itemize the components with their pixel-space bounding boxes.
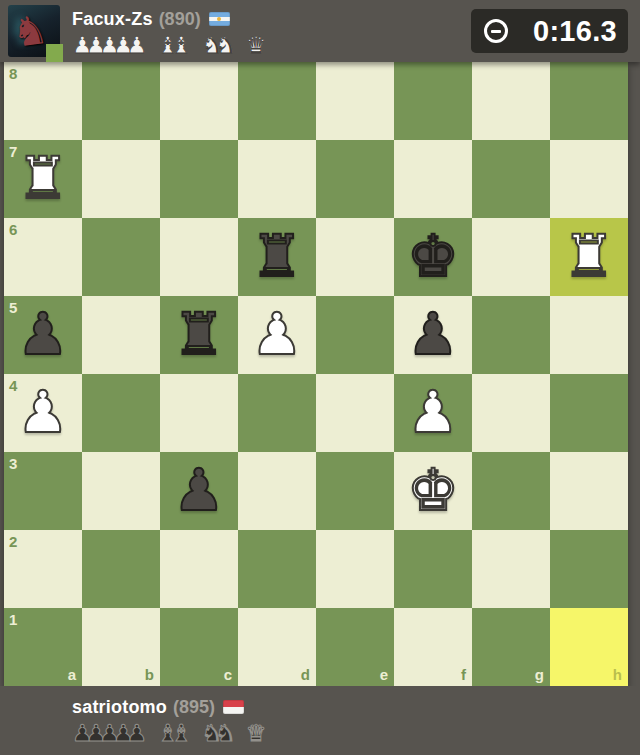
square-c4[interactable] — [160, 374, 238, 452]
top-player-avatar[interactable]: ♞ — [8, 5, 60, 57]
bottom-player-info: satriotomo (895) ♟♟♟♟♟♝♝♞♞♛ — [72, 686, 276, 755]
coord-file-f: f — [461, 667, 466, 682]
square-e7[interactable] — [316, 140, 394, 218]
square-f1[interactable]: f — [394, 608, 472, 686]
captured-pawn-group: ♟♟♟♟♟ — [72, 34, 147, 57]
square-e5[interactable] — [316, 296, 394, 374]
square-a1[interactable]: 1a — [4, 608, 82, 686]
top-player-bar: ♞ Facux-Zs (890) ♟♟♟♟♟♝♝♞♞♛ 0:16.3 — [0, 0, 640, 62]
coord-file-d: d — [301, 667, 310, 682]
square-c6[interactable] — [160, 218, 238, 296]
square-a5[interactable]: 5♟ — [4, 296, 82, 374]
captured-queen-icon: ♛ — [246, 722, 267, 745]
black-rook-d6[interactable]: ♜ — [238, 227, 316, 285]
coord-rank-2: 2 — [9, 534, 17, 549]
black-pawn-c3[interactable]: ♟ — [160, 461, 238, 519]
square-e2[interactable] — [316, 530, 394, 608]
bottom-player-name-row: satriotomo (895) — [72, 695, 276, 719]
square-h3[interactable] — [550, 452, 628, 530]
square-e6[interactable] — [316, 218, 394, 296]
square-d4[interactable] — [238, 374, 316, 452]
white-rook-a7[interactable]: ♜ — [4, 149, 82, 207]
square-h7[interactable] — [550, 140, 628, 218]
top-player-rating: (890) — [159, 9, 201, 30]
argentina-flag-icon — [209, 12, 230, 26]
captured-queen-group: ♛ — [246, 722, 267, 745]
square-d7[interactable] — [238, 140, 316, 218]
captured-knight-icon: ♞ — [215, 34, 236, 57]
square-h8[interactable] — [550, 62, 628, 140]
coord-file-e: e — [380, 667, 388, 682]
square-d8[interactable] — [238, 62, 316, 140]
knight-artwork-icon: ♞ — [9, 9, 50, 54]
coord-file-h: h — [613, 667, 622, 682]
top-player-name-row: Facux-Zs (890) — [72, 7, 276, 31]
chess-game-screen: ♞ Facux-Zs (890) ♟♟♟♟♟♝♝♞♞♛ 0:16.3 87♜6♜… — [0, 0, 640, 755]
square-a3[interactable]: 3 — [4, 452, 82, 530]
square-d2[interactable] — [238, 530, 316, 608]
square-d5[interactable]: ♟ — [238, 296, 316, 374]
captured-knight-icon: ♞ — [215, 722, 236, 745]
square-a6[interactable]: 6 — [4, 218, 82, 296]
square-c3[interactable]: ♟ — [160, 452, 238, 530]
black-pawn-a5[interactable]: ♟ — [4, 305, 82, 363]
square-f2[interactable] — [394, 530, 472, 608]
bottom-player-bar: satriotomo (895) ♟♟♟♟♟♝♝♞♞♛ 0:58 — [0, 686, 640, 755]
square-b3[interactable] — [82, 452, 160, 530]
coord-rank-1: 1 — [9, 612, 17, 627]
square-d6[interactable]: ♜ — [238, 218, 316, 296]
square-b6[interactable] — [82, 218, 160, 296]
square-b8[interactable] — [82, 62, 160, 140]
square-f7[interactable] — [394, 140, 472, 218]
square-b7[interactable] — [82, 140, 160, 218]
coord-file-b: b — [145, 667, 154, 682]
square-g4[interactable] — [472, 374, 550, 452]
captured-queen-group: ♛ — [246, 34, 267, 57]
square-a8[interactable]: 8 — [4, 62, 82, 140]
captured-queen-icon: ♛ — [246, 34, 267, 57]
coord-file-c: c — [224, 667, 232, 682]
square-h1[interactable]: h — [550, 608, 628, 686]
square-b1[interactable]: b — [82, 608, 160, 686]
square-e4[interactable] — [316, 374, 394, 452]
square-a7[interactable]: 7♜ — [4, 140, 82, 218]
square-c7[interactable] — [160, 140, 238, 218]
captured-pawn-icon: ♟ — [127, 34, 148, 57]
square-h5[interactable] — [550, 296, 628, 374]
square-g6[interactable] — [472, 218, 550, 296]
top-player-captured-pieces: ♟♟♟♟♟♝♝♞♞♛ — [72, 33, 276, 57]
captured-pawn-icon: ♟ — [127, 722, 148, 745]
coord-file-a: a — [68, 667, 76, 682]
square-c1[interactable]: c — [160, 608, 238, 686]
square-e3[interactable] — [316, 452, 394, 530]
square-c8[interactable] — [160, 62, 238, 140]
square-h4[interactable] — [550, 374, 628, 452]
coord-rank-3: 3 — [9, 456, 17, 471]
square-d1[interactable]: d — [238, 608, 316, 686]
square-b4[interactable] — [82, 374, 160, 452]
captured-knight-group: ♞♞ — [201, 722, 235, 745]
captured-pawn-group: ♟♟♟♟♟ — [72, 722, 147, 745]
coord-rank-6: 6 — [9, 222, 17, 237]
white-pawn-a4[interactable]: ♟ — [4, 383, 82, 441]
square-g3[interactable] — [472, 452, 550, 530]
square-f4[interactable]: ♟ — [394, 374, 472, 452]
square-f3[interactable]: ♚ — [394, 452, 472, 530]
square-a4[interactable]: 4♟ — [4, 374, 82, 452]
square-g7[interactable] — [472, 140, 550, 218]
black-king-f6[interactable]: ♚ — [394, 227, 472, 285]
minus-circle-icon — [484, 19, 508, 43]
square-f8[interactable] — [394, 62, 472, 140]
white-pawn-f4[interactable]: ♟ — [394, 383, 472, 441]
bottom-player-name[interactable]: satriotomo — [72, 697, 167, 718]
square-g8[interactable] — [472, 62, 550, 140]
captured-bishop-group: ♝♝ — [157, 34, 191, 57]
captured-knight-group: ♞♞ — [201, 34, 235, 57]
white-king-f3[interactable]: ♚ — [394, 461, 472, 519]
square-f6[interactable]: ♚ — [394, 218, 472, 296]
chess-board[interactable]: 87♜6♜♚♜5♟♜♟♟4♟♟3♟♚21abcdefgh — [4, 62, 628, 686]
black-pawn-f5[interactable]: ♟ — [394, 305, 472, 363]
bottom-player-rating: (895) — [173, 697, 215, 718]
captured-bishop-group: ♝♝ — [157, 722, 191, 745]
indonesia-flag-icon — [223, 700, 244, 714]
square-g1[interactable]: g — [472, 608, 550, 686]
square-c2[interactable] — [160, 530, 238, 608]
white-rook-h6[interactable]: ♜ — [550, 227, 628, 285]
square-f5[interactable]: ♟ — [394, 296, 472, 374]
top-player-name[interactable]: Facux-Zs — [72, 9, 153, 30]
square-b5[interactable] — [82, 296, 160, 374]
square-e1[interactable]: e — [316, 608, 394, 686]
black-rook-c5[interactable]: ♜ — [160, 305, 238, 363]
captured-bishop-icon: ♝ — [171, 34, 192, 57]
square-g5[interactable] — [472, 296, 550, 374]
square-h6[interactable]: ♜ — [550, 218, 628, 296]
square-g2[interactable] — [472, 530, 550, 608]
square-a2[interactable]: 2 — [4, 530, 82, 608]
square-e8[interactable] — [316, 62, 394, 140]
bottom-player-captured-pieces: ♟♟♟♟♟♝♝♞♞♛ — [72, 721, 276, 745]
square-d3[interactable] — [238, 452, 316, 530]
coord-file-g: g — [535, 667, 544, 682]
coord-rank-8: 8 — [9, 66, 17, 81]
square-b2[interactable] — [82, 530, 160, 608]
captured-bishop-icon: ♝ — [171, 722, 192, 745]
top-clock-time: 0:16.3 — [533, 15, 617, 48]
white-pawn-d5[interactable]: ♟ — [238, 305, 316, 363]
top-player-info: Facux-Zs (890) ♟♟♟♟♟♝♝♞♞♛ — [72, 0, 276, 62]
square-h2[interactable] — [550, 530, 628, 608]
top-online-badge — [46, 44, 63, 62]
top-player-clock: 0:16.3 — [471, 9, 628, 53]
square-c5[interactable]: ♜ — [160, 296, 238, 374]
